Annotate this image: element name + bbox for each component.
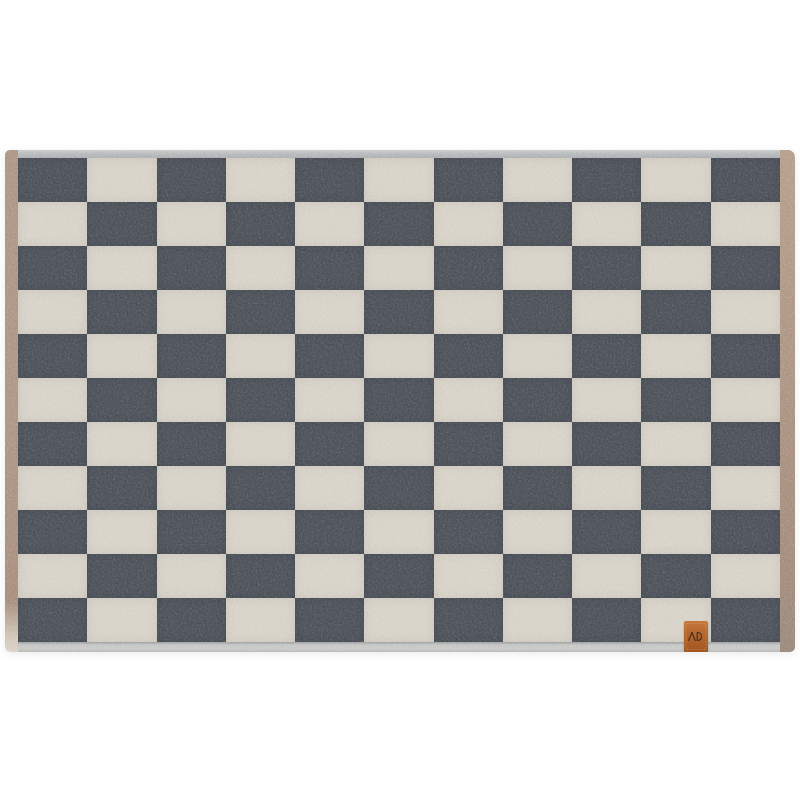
board-grid	[18, 158, 780, 642]
board-cell-r10c7	[434, 554, 503, 598]
board-cell-r3c7	[434, 246, 503, 290]
board-cell-r1c11	[711, 158, 780, 202]
board-cell-r9c6	[364, 510, 433, 554]
board-cell-r4c1	[18, 290, 87, 334]
board-cell-r7c1	[18, 422, 87, 466]
board-cell-r4c11	[711, 290, 780, 334]
board-cell-r4c5	[295, 290, 364, 334]
board-cell-r10c8	[503, 554, 572, 598]
board-cell-r5c6	[364, 334, 433, 378]
board-cell-r10c3	[157, 554, 226, 598]
board-cell-r6c8	[503, 378, 572, 422]
board-cell-r9c2	[87, 510, 156, 554]
board-cell-r6c6	[364, 378, 433, 422]
board-cell-r2c7	[434, 202, 503, 246]
board-cell-r1c5	[295, 158, 364, 202]
board-cell-r3c8	[503, 246, 572, 290]
board-cell-r6c7	[434, 378, 503, 422]
board-cell-r2c9	[572, 202, 641, 246]
board-cell-r8c8	[503, 466, 572, 510]
board-cell-r5c4	[226, 334, 295, 378]
board-cell-r8c3	[157, 466, 226, 510]
board-cell-r6c9	[572, 378, 641, 422]
board-cell-r8c7	[434, 466, 503, 510]
towel-center	[18, 150, 780, 652]
board-cell-r10c2	[87, 554, 156, 598]
board-cell-r7c2	[87, 422, 156, 466]
board-cell-r9c11	[711, 510, 780, 554]
board-cell-r11c6	[364, 598, 433, 642]
board-cell-r8c10	[641, 466, 710, 510]
board-cell-r1c10	[641, 158, 710, 202]
board-cell-r8c2	[87, 466, 156, 510]
board-cell-r6c3	[157, 378, 226, 422]
board-cell-r8c9	[572, 466, 641, 510]
board-cell-r10c5	[295, 554, 364, 598]
board-cell-r1c6	[364, 158, 433, 202]
board-cell-r9c10	[641, 510, 710, 554]
board-cell-r3c11	[711, 246, 780, 290]
board-cell-r4c6	[364, 290, 433, 334]
board-cell-r2c5	[295, 202, 364, 246]
board-cell-r10c11	[711, 554, 780, 598]
board-cell-r1c3	[157, 158, 226, 202]
board-cell-r4c7	[434, 290, 503, 334]
board-cell-r11c4	[226, 598, 295, 642]
board-cell-r1c1	[18, 158, 87, 202]
board-cell-r2c11	[711, 202, 780, 246]
board-cell-r4c3	[157, 290, 226, 334]
board-cell-r1c4	[226, 158, 295, 202]
board-cell-r8c11	[711, 466, 780, 510]
board-cell-r1c7	[434, 158, 503, 202]
board-cell-r3c9	[572, 246, 641, 290]
board-cell-r9c1	[18, 510, 87, 554]
board-cell-r7c7	[434, 422, 503, 466]
board-cell-r6c2	[87, 378, 156, 422]
checkerboard-towel	[5, 150, 795, 652]
board-cell-r11c8	[503, 598, 572, 642]
board-cell-r3c2	[87, 246, 156, 290]
board-cell-r3c1	[18, 246, 87, 290]
board-cell-r4c10	[641, 290, 710, 334]
board-cell-r7c9	[572, 422, 641, 466]
board-cell-r3c3	[157, 246, 226, 290]
board-cell-r9c3	[157, 510, 226, 554]
board-cell-r9c5	[295, 510, 364, 554]
board-cell-r11c1	[18, 598, 87, 642]
bottom-hem-band	[18, 642, 780, 652]
board-cell-r4c4	[226, 290, 295, 334]
board-cell-r7c10	[641, 422, 710, 466]
board-cell-r6c11	[711, 378, 780, 422]
board-cell-r6c10	[641, 378, 710, 422]
board-cell-r10c1	[18, 554, 87, 598]
board-cell-r2c3	[157, 202, 226, 246]
board-cell-r7c8	[503, 422, 572, 466]
board-cell-r5c11	[711, 334, 780, 378]
board-cell-r2c8	[503, 202, 572, 246]
board-cell-r8c5	[295, 466, 364, 510]
brand-tag	[684, 621, 708, 652]
board-cell-r2c1	[18, 202, 87, 246]
board-cell-r7c3	[157, 422, 226, 466]
board-cell-r10c4	[226, 554, 295, 598]
board-cell-r11c7	[434, 598, 503, 642]
board-cell-r2c4	[226, 202, 295, 246]
board-cell-r7c4	[226, 422, 295, 466]
board-cell-r11c9	[572, 598, 641, 642]
board-cell-r6c5	[295, 378, 364, 422]
board-cell-r10c10	[641, 554, 710, 598]
board-cell-r1c2	[87, 158, 156, 202]
board-cell-r11c5	[295, 598, 364, 642]
board-cell-r3c6	[364, 246, 433, 290]
board-cell-r11c2	[87, 598, 156, 642]
board-cell-r7c5	[295, 422, 364, 466]
board-cell-r5c2	[87, 334, 156, 378]
board-cell-r9c8	[503, 510, 572, 554]
top-hem-band	[18, 150, 780, 158]
board-cell-r2c2	[87, 202, 156, 246]
board-cell-r3c4	[226, 246, 295, 290]
board-cell-r11c3	[157, 598, 226, 642]
board-cell-r6c1	[18, 378, 87, 422]
board-cell-r2c6	[364, 202, 433, 246]
board-cell-r5c9	[572, 334, 641, 378]
board-cell-r6c4	[226, 378, 295, 422]
board-cell-r9c9	[572, 510, 641, 554]
board-cell-r5c5	[295, 334, 364, 378]
board-cell-r4c2	[87, 290, 156, 334]
board-cell-r10c6	[364, 554, 433, 598]
board-cell-r3c5	[295, 246, 364, 290]
board-cell-r11c11	[711, 598, 780, 642]
product-photo-stage	[0, 0, 800, 800]
left-selvedge-border	[5, 150, 18, 652]
board-cell-r5c3	[157, 334, 226, 378]
board-cell-r8c6	[364, 466, 433, 510]
right-selvedge-border	[780, 150, 795, 652]
board-cell-r5c7	[434, 334, 503, 378]
board-cell-r9c4	[226, 510, 295, 554]
board-cell-r2c10	[641, 202, 710, 246]
board-cell-r1c9	[572, 158, 641, 202]
board-cell-r8c1	[18, 466, 87, 510]
board-cell-r4c9	[572, 290, 641, 334]
board-cell-r7c11	[711, 422, 780, 466]
board-cell-r5c8	[503, 334, 572, 378]
board-cell-r4c8	[503, 290, 572, 334]
board-cell-r8c4	[226, 466, 295, 510]
md-monogram-icon	[684, 621, 708, 652]
board-cell-r7c6	[364, 422, 433, 466]
board-cell-r9c7	[434, 510, 503, 554]
board-cell-r5c10	[641, 334, 710, 378]
board-cell-r5c1	[18, 334, 87, 378]
board-cell-r10c9	[572, 554, 641, 598]
board-cell-r3c10	[641, 246, 710, 290]
board-cell-r1c8	[503, 158, 572, 202]
